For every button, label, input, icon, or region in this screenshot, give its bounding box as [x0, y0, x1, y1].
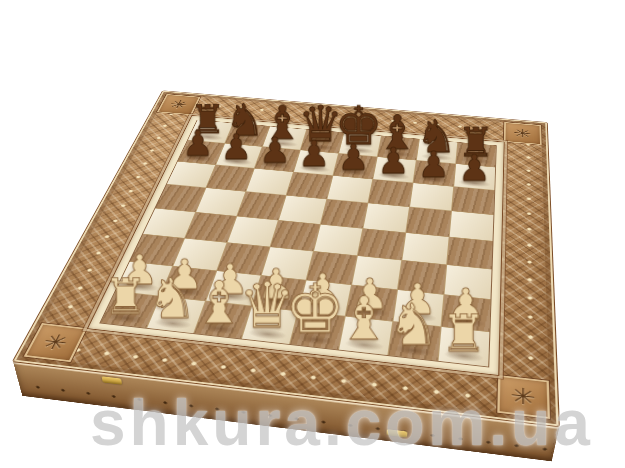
square-g6[interactable] — [410, 183, 453, 210]
square-f1[interactable]: ♝ — [339, 316, 392, 354]
black-pawn[interactable]: ♟ — [220, 130, 251, 163]
square-g7[interactable]: ♟ — [413, 160, 455, 186]
brass-hinge — [102, 376, 123, 385]
white-bishop[interactable]: ♝ — [337, 291, 390, 347]
square-d5[interactable] — [279, 195, 326, 223]
square-c7[interactable]: ♟ — [255, 147, 300, 172]
white-king[interactable]: ♚ — [284, 277, 345, 341]
black-pawn[interactable]: ♟ — [259, 133, 291, 166]
square-e7[interactable]: ♟ — [333, 153, 376, 178]
square-d6[interactable] — [286, 172, 332, 199]
chess-box: ✳ ✳ ✳ ✳ ♜♞♝♛♚♝♞♜♟♟♟♟♟♟♟♟♟♟♟♟♟♟♟♟♜♞♝♛♚♝♞♜ — [13, 91, 559, 426]
white-knight[interactable]: ♞ — [146, 273, 196, 326]
square-f6[interactable] — [368, 179, 412, 206]
square-a7[interactable]: ♟ — [178, 140, 224, 164]
board-frame: ♜♞♝♛♚♝♞♜♟♟♟♟♟♟♟♟♟♟♟♟♟♟♟♟♜♞♝♛♚♝♞♜ — [86, 115, 504, 376]
black-pawn[interactable]: ♟ — [417, 147, 449, 181]
square-h1[interactable]: ♜ — [438, 327, 489, 366]
square-h5[interactable] — [449, 211, 493, 241]
square-e1[interactable]: ♚ — [290, 311, 344, 349]
square-e5[interactable] — [321, 199, 368, 228]
square-f5[interactable] — [363, 203, 409, 232]
black-pawn[interactable]: ♟ — [298, 137, 330, 171]
photo-canvas: ✳ ✳ ✳ ✳ ♜♞♝♛♚♝♞♜♟♟♟♟♟♟♟♟♟♟♟♟♟♟♟♟♜♞♝♛♚♝♞♜… — [0, 0, 625, 468]
square-g1[interactable]: ♞ — [388, 321, 440, 360]
square-c6[interactable] — [246, 168, 293, 194]
black-pawn[interactable]: ♟ — [377, 143, 409, 177]
square-h7[interactable]: ♟ — [454, 164, 495, 190]
square-d4[interactable] — [270, 220, 319, 250]
white-rook[interactable]: ♜ — [103, 274, 147, 321]
square-h6[interactable] — [452, 187, 494, 215]
square-c5[interactable] — [237, 192, 285, 220]
square-e6[interactable] — [327, 176, 372, 203]
corner-rosette-icon: ✳ — [22, 322, 88, 363]
chess-board: ♜♞♝♛♚♝♞♜♟♟♟♟♟♟♟♟♟♟♟♟♟♟♟♟♜♞♝♛♚♝♞♜ — [99, 119, 496, 367]
square-f4[interactable] — [358, 228, 405, 259]
white-rook[interactable]: ♜ — [440, 310, 486, 359]
black-pawn[interactable]: ♟ — [182, 127, 213, 160]
white-bishop[interactable]: ♝ — [192, 276, 244, 331]
black-pawn[interactable]: ♟ — [337, 140, 369, 174]
square-h4[interactable] — [447, 237, 492, 269]
square-f7[interactable]: ♟ — [373, 157, 416, 182]
watermark-text: shkura.com.ua — [90, 386, 594, 460]
square-c4[interactable] — [227, 216, 277, 246]
square-a5[interactable] — [155, 184, 205, 211]
square-g5[interactable] — [406, 207, 451, 236]
black-pawn[interactable]: ♟ — [458, 150, 490, 184]
square-g4[interactable] — [402, 233, 448, 264]
square-d7[interactable]: ♟ — [294, 150, 338, 175]
square-e4[interactable] — [314, 224, 362, 255]
corner-rosette-icon: ✳ — [503, 122, 543, 146]
white-knight[interactable]: ♞ — [387, 298, 439, 353]
